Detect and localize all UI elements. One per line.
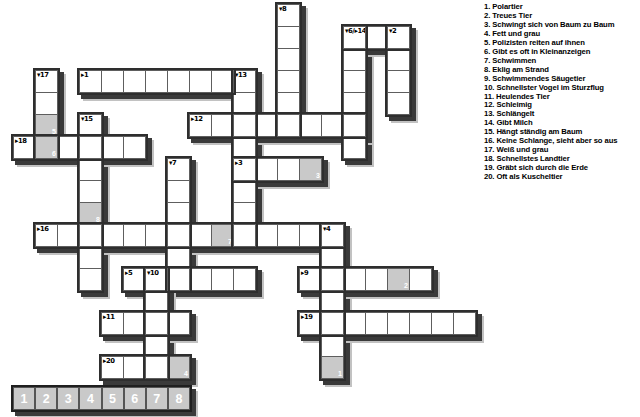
clue-number-label: ▾17 — [37, 71, 49, 79]
grid-cell[interactable]: ▸18 — [13, 136, 36, 159]
grid-cell[interactable]: ▸16 — [35, 224, 58, 247]
grid-cell[interactable] — [321, 268, 344, 291]
grid-cell[interactable]: ▾8 — [277, 4, 300, 27]
solution-strip-cell[interactable]: 2 — [35, 387, 57, 410]
grid-cell[interactable]: ▾10 — [145, 268, 168, 291]
grid-cell[interactable] — [145, 356, 168, 379]
grid-cell[interactable] — [123, 356, 146, 379]
grid-cell[interactable] — [321, 246, 344, 269]
grid-cell[interactable]: ▸12 — [189, 114, 212, 137]
grid-cell[interactable] — [167, 312, 190, 335]
clue-number-label: ▸16 — [37, 225, 49, 233]
clue-number-label: ▸18 — [15, 137, 27, 145]
grid-cell[interactable] — [211, 114, 234, 137]
grid-cell[interactable] — [123, 312, 146, 335]
clue-number-label: ▸20 — [103, 357, 115, 365]
grid-cell[interactable] — [233, 268, 256, 291]
grid-cell[interactable] — [123, 70, 146, 93]
grid-cell[interactable] — [343, 114, 366, 137]
clue-number-label: ▾6/▸14 — [345, 27, 366, 35]
grid-cell[interactable] — [321, 334, 344, 357]
solution-position-digit: 1 — [338, 370, 342, 378]
grid-cell[interactable] — [145, 70, 168, 93]
solution-position-digit: 7 — [228, 238, 232, 246]
clue-number-label: ▸5 — [125, 269, 132, 277]
grid-cell[interactable] — [365, 312, 388, 335]
grid-cell[interactable] — [343, 92, 366, 115]
grid-cell[interactable] — [277, 92, 300, 115]
grid-cell[interactable] — [343, 136, 366, 159]
grid-cell[interactable] — [233, 136, 256, 159]
grid-cell[interactable]: ▸5 — [123, 268, 146, 291]
grid-cell[interactable] — [365, 268, 388, 291]
grid-cell[interactable] — [233, 202, 256, 225]
clue-number-label: ▾7 — [169, 159, 176, 167]
clue-number-label: ▸1 — [81, 71, 88, 79]
grid-cell[interactable] — [35, 92, 58, 115]
grid-cell[interactable] — [343, 268, 366, 291]
solution-letter-cell[interactable]: 3 — [299, 158, 322, 181]
grid-cell[interactable] — [255, 114, 278, 137]
clue-number-label: ▸12 — [191, 115, 203, 123]
solution-letter-cell[interactable]: 2 — [387, 268, 410, 291]
grid-cell[interactable] — [255, 224, 278, 247]
grid-cell[interactable]: ▾13 — [233, 70, 256, 93]
solution-position-digit: 3 — [316, 172, 320, 180]
grid-cell[interactable] — [387, 92, 410, 115]
solution-strip-cell[interactable]: 6 — [124, 387, 146, 410]
grid-cell[interactable] — [57, 136, 80, 159]
grid-cell[interactable] — [57, 224, 80, 247]
grid-cell[interactable] — [233, 92, 256, 115]
solution-strip-cell[interactable]: 7 — [146, 387, 168, 410]
grid-cell[interactable] — [79, 136, 102, 159]
grid-cell[interactable] — [277, 70, 300, 93]
grid-cell[interactable] — [453, 312, 476, 335]
solution-position-digit: 4 — [184, 370, 188, 378]
grid-cell[interactable] — [79, 246, 102, 269]
grid-cell[interactable] — [123, 136, 146, 159]
solution-strip: 12345678 — [11, 385, 192, 412]
grid-cell[interactable] — [167, 180, 190, 203]
solution-strip-cell[interactable]: 1 — [13, 387, 35, 410]
grid-cell[interactable] — [233, 224, 256, 247]
grid-cell[interactable] — [277, 26, 300, 49]
grid-cell[interactable] — [123, 224, 146, 247]
grid-cell[interactable]: ▸9 — [299, 268, 322, 291]
grid-cell[interactable] — [211, 268, 234, 291]
grid-cell[interactable] — [233, 114, 256, 137]
solution-position-digit: 8 — [96, 216, 100, 224]
grid-cell[interactable]: ▸20 — [101, 356, 124, 379]
grid-cell[interactable] — [189, 268, 212, 291]
solution-letter-cell[interactable]: 7 — [211, 224, 234, 247]
solution-letter-cell[interactable]: 8 — [79, 202, 102, 225]
grid-cell[interactable] — [79, 180, 102, 203]
grid-cell[interactable] — [101, 224, 124, 247]
grid-cell[interactable] — [233, 180, 256, 203]
grid-cell[interactable] — [101, 136, 124, 159]
grid-cell[interactable] — [189, 224, 212, 247]
grid-cell[interactable]: ▸19 — [299, 312, 322, 335]
grid-cell[interactable]: ▸11 — [101, 312, 124, 335]
grid-cell[interactable]: ▾4 — [321, 224, 344, 247]
grid-cell[interactable] — [145, 312, 168, 335]
solution-letter-cell[interactable]: 1 — [321, 356, 344, 379]
grid-cell[interactable] — [145, 334, 168, 357]
grid-cell[interactable] — [277, 158, 300, 181]
clue-number-label: ▾10 — [147, 269, 159, 277]
grid-cell[interactable] — [387, 312, 410, 335]
grid-cell[interactable] — [387, 48, 410, 71]
grid-cell[interactable] — [299, 114, 322, 137]
grid-cell[interactable]: ▾2 — [387, 26, 410, 49]
grid-cell[interactable] — [167, 224, 190, 247]
grid-cell[interactable] — [167, 246, 190, 269]
clue-number-label: ▸9 — [301, 269, 308, 277]
grid-cell[interactable] — [321, 290, 344, 313]
grid-cell[interactable] — [79, 158, 102, 181]
crossword-board: ▾8▾6/▸14▾2▾17▸1▾135▾15▸12▸186▾7▸338▸167▾… — [0, 0, 482, 417]
clue-list: 1. Polartier2. Treues Tier3. Schwingt si… — [484, 3, 640, 182]
solution-strip-cell[interactable]: 4 — [79, 387, 101, 410]
grid-cell[interactable] — [255, 158, 278, 181]
solution-strip-cell[interactable]: 5 — [102, 387, 124, 410]
solution-position-digit: 2 — [404, 282, 408, 290]
solution-letter-cell[interactable]: 5 — [35, 114, 58, 137]
grid-cell[interactable] — [343, 70, 366, 93]
grid-cell[interactable] — [431, 312, 454, 335]
solution-position-digit: 5 — [52, 128, 56, 136]
grid-cell[interactable]: ▸1 — [79, 70, 102, 93]
grid-cell[interactable] — [343, 48, 366, 71]
grid-cell[interactable]: ▾17 — [35, 70, 58, 93]
clue-item: 20. Oft als Kuscheltier — [484, 173, 640, 182]
clue-number-label: ▾15 — [81, 115, 93, 123]
solution-strip-cell[interactable]: 8 — [168, 387, 190, 410]
grid-cell[interactable] — [277, 114, 300, 137]
grid-cell[interactable] — [189, 70, 212, 93]
grid-cell[interactable] — [409, 268, 432, 291]
grid-cell[interactable]: ▾15 — [79, 114, 102, 137]
solution-letter-cell[interactable]: 4 — [167, 356, 190, 379]
grid-cell[interactable] — [145, 290, 168, 313]
grid-cell[interactable] — [277, 48, 300, 71]
solution-strip-cell[interactable]: 3 — [57, 387, 79, 410]
grid-cell[interactable] — [167, 268, 190, 291]
grid-cell[interactable]: ▾6/▸14 — [343, 26, 366, 49]
grid-cell[interactable] — [145, 224, 168, 247]
grid-cell[interactable] — [211, 70, 234, 93]
clue-number-label: ▾2 — [389, 27, 396, 35]
grid-cell[interactable] — [299, 224, 322, 247]
grid-cell[interactable]: ▾7 — [167, 158, 190, 181]
grid-cell[interactable]: ▸3 — [233, 158, 256, 181]
grid-cell[interactable] — [167, 202, 190, 225]
clue-number-label: ▸11 — [103, 313, 115, 321]
grid-cell[interactable] — [321, 312, 344, 335]
clue-number-label: ▾8 — [279, 5, 286, 13]
clue-number-label: ▸3 — [235, 159, 242, 167]
clue-number-label: ▾13 — [235, 71, 247, 79]
grid-cell[interactable] — [321, 114, 344, 137]
grid-cell[interactable] — [79, 268, 102, 291]
solution-position-digit: 6 — [52, 150, 56, 158]
clue-number-label: ▸19 — [301, 313, 313, 321]
grid-cell[interactable] — [277, 224, 300, 247]
grid-cell[interactable] — [343, 312, 366, 335]
grid-cell[interactable] — [167, 70, 190, 93]
grid-cell[interactable] — [387, 70, 410, 93]
solution-letter-cell[interactable]: 6 — [35, 136, 58, 159]
grid-cell[interactable] — [365, 26, 388, 49]
clue-number-label: ▾4 — [323, 225, 330, 233]
grid-cell[interactable] — [79, 224, 102, 247]
grid-cell[interactable] — [409, 312, 432, 335]
grid-cell[interactable] — [101, 70, 124, 93]
